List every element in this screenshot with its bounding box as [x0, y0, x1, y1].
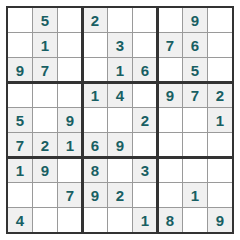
cell-r2c1[interactable]: [8, 33, 32, 57]
cell-r9c5[interactable]: [108, 208, 132, 232]
cell-r4c8[interactable]: 7: [183, 83, 207, 107]
cell-r2c3[interactable]: [58, 33, 82, 57]
cell-r6c8[interactable]: [183, 133, 207, 157]
cell-r3c5[interactable]: 1: [108, 58, 132, 82]
cell-r6c3[interactable]: 1: [58, 133, 82, 157]
cell-r4c5[interactable]: 4: [108, 83, 132, 107]
cell-r4c9[interactable]: 2: [208, 83, 232, 107]
cell-r1c5[interactable]: [108, 8, 132, 32]
cell-r2c9[interactable]: [208, 33, 232, 57]
cell-r6c9[interactable]: [208, 133, 232, 157]
cell-r9c9[interactable]: 9: [208, 208, 232, 232]
cell-r3c7[interactable]: [158, 58, 182, 82]
cell-r1c4[interactable]: 2: [83, 8, 107, 32]
cell-r8c1[interactable]: [8, 183, 32, 207]
cell-r3c4[interactable]: [83, 58, 107, 82]
cell-r5c2[interactable]: [33, 108, 57, 132]
cell-r6c5[interactable]: 9: [108, 133, 132, 157]
cell-r3c3[interactable]: [58, 58, 82, 82]
cell-r7c7[interactable]: [158, 158, 182, 182]
cell-r1c9[interactable]: [208, 8, 232, 32]
cell-r8c3[interactable]: 7: [58, 183, 82, 207]
cell-r8c8[interactable]: 1: [183, 183, 207, 207]
cell-r2c6[interactable]: [133, 33, 157, 57]
cell-r1c7[interactable]: [158, 8, 182, 32]
cell-r2c7[interactable]: 7: [158, 33, 182, 57]
cell-r6c6[interactable]: [133, 133, 157, 157]
cell-r9c4[interactable]: [83, 208, 107, 232]
cell-r7c6[interactable]: 3: [133, 158, 157, 182]
cell-r3c6[interactable]: 6: [133, 58, 157, 82]
sudoku-board: 52913769716514972592172169198379214189: [6, 6, 234, 234]
cell-r3c9[interactable]: [208, 58, 232, 82]
cell-r6c7[interactable]: [158, 133, 182, 157]
cell-r7c3[interactable]: [58, 158, 82, 182]
cell-r4c7[interactable]: 9: [158, 83, 182, 107]
cell-r7c9[interactable]: [208, 158, 232, 182]
cell-r1c3[interactable]: [58, 8, 82, 32]
cell-r5c8[interactable]: [183, 108, 207, 132]
cell-r9c7[interactable]: 8: [158, 208, 182, 232]
cell-r5c9[interactable]: 1: [208, 108, 232, 132]
cell-r8c4[interactable]: 9: [83, 183, 107, 207]
cell-r6c4[interactable]: 6: [83, 133, 107, 157]
cell-r7c8[interactable]: [183, 158, 207, 182]
cell-r1c8[interactable]: 9: [183, 8, 207, 32]
cell-r9c8[interactable]: [183, 208, 207, 232]
cell-r4c3[interactable]: [58, 83, 82, 107]
cell-r8c2[interactable]: [33, 183, 57, 207]
cell-r2c2[interactable]: 1: [33, 33, 57, 57]
cell-r8c5[interactable]: 2: [108, 183, 132, 207]
cell-r8c9[interactable]: [208, 183, 232, 207]
cell-r7c1[interactable]: 1: [8, 158, 32, 182]
cell-r8c7[interactable]: [158, 183, 182, 207]
cell-r7c5[interactable]: [108, 158, 132, 182]
cell-r5c4[interactable]: [83, 108, 107, 132]
page: 52913769716514972592172169198379214189: [0, 0, 240, 240]
cell-r3c1[interactable]: 9: [8, 58, 32, 82]
cell-r4c1[interactable]: [8, 83, 32, 107]
cell-r4c2[interactable]: [33, 83, 57, 107]
cell-r2c5[interactable]: 3: [108, 33, 132, 57]
cell-r7c2[interactable]: 9: [33, 158, 57, 182]
cell-r5c6[interactable]: 2: [133, 108, 157, 132]
cell-r6c1[interactable]: 7: [8, 133, 32, 157]
cell-r2c4[interactable]: [83, 33, 107, 57]
cell-r4c4[interactable]: 1: [83, 83, 107, 107]
cell-r5c3[interactable]: 9: [58, 108, 82, 132]
cell-r6c2[interactable]: 2: [33, 133, 57, 157]
cell-r3c2[interactable]: 7: [33, 58, 57, 82]
cell-r5c1[interactable]: 5: [8, 108, 32, 132]
cell-r9c6[interactable]: 1: [133, 208, 157, 232]
cell-r1c2[interactable]: 5: [33, 8, 57, 32]
cell-r4c6[interactable]: [133, 83, 157, 107]
cell-r7c4[interactable]: 8: [83, 158, 107, 182]
cell-r5c5[interactable]: [108, 108, 132, 132]
cell-r1c6[interactable]: [133, 8, 157, 32]
cell-r3c8[interactable]: 5: [183, 58, 207, 82]
cell-r9c2[interactable]: [33, 208, 57, 232]
cell-r5c7[interactable]: [158, 108, 182, 132]
cell-r8c6[interactable]: [133, 183, 157, 207]
cell-r2c8[interactable]: 6: [183, 33, 207, 57]
cell-r9c3[interactable]: [58, 208, 82, 232]
cell-r9c1[interactable]: 4: [8, 208, 32, 232]
cell-r1c1[interactable]: [8, 8, 32, 32]
